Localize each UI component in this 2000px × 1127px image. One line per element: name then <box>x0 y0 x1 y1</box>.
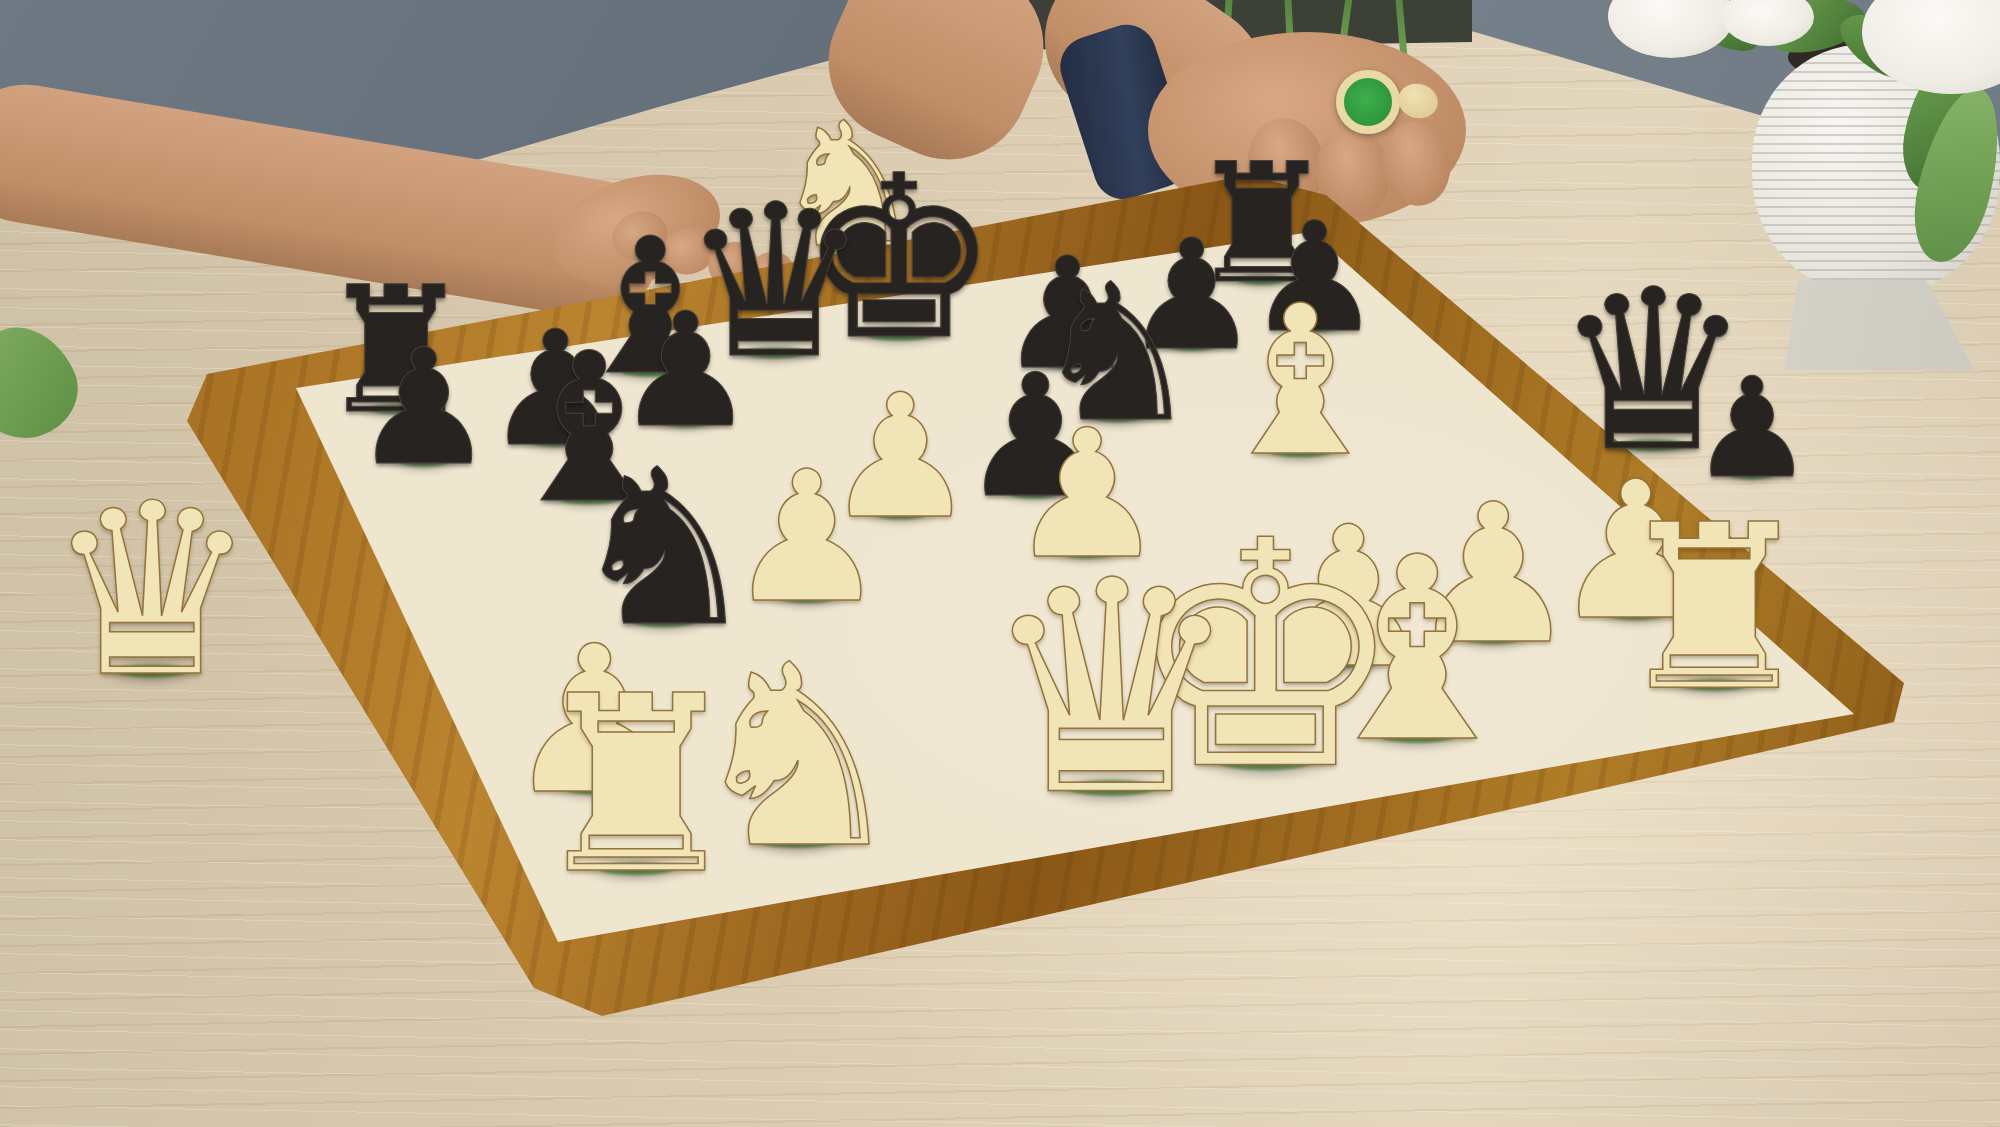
white-bishop-g5[interactable]: ♝ <box>1208 279 1394 486</box>
white-queen-d1[interactable]: ♛ <box>980 542 1243 835</box>
scene: ♞♜♟♚♟♛♟♝♜♞♟♟♛♝♟♟♟♝♟♟♟♟♞♟♟♛♜♝♚♛♟♞♜ <box>0 0 2000 1127</box>
white-rook-h1[interactable]: ♜ <box>1612 495 1816 723</box>
black-pawn-a7[interactable]: ♟ <box>352 329 496 489</box>
white-spare-queen-table-left[interactable]: ♛ <box>45 472 258 710</box>
held-pawn-felt-base[interactable] <box>1336 70 1400 134</box>
white-rook-a1[interactable]: ♜ <box>527 665 746 909</box>
